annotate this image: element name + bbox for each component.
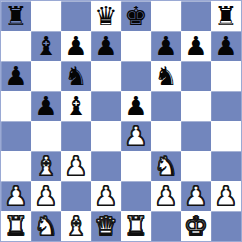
square-d1[interactable]: ♛	[91, 211, 121, 241]
black-bishop[interactable]: ♝	[64, 91, 87, 121]
white-rook[interactable]: ♜	[124, 211, 147, 241]
square-a1[interactable]: ♜	[1, 211, 31, 241]
square-f6[interactable]: ♞	[151, 61, 181, 91]
white-pawn[interactable]: ♟	[214, 181, 237, 211]
white-queen[interactable]: ♛	[94, 211, 117, 241]
square-c8[interactable]	[61, 1, 91, 31]
chess-board: ♜♛♚♜♝♟♟♟♟♟♟♞♞♟♝♟♟♝♟♞♟♟♟♟♟♟♜♞♝♛♜♚	[0, 0, 242, 242]
white-pawn[interactable]: ♟	[154, 181, 177, 211]
square-h3[interactable]	[211, 151, 241, 181]
square-b4[interactable]	[31, 121, 61, 151]
square-g3[interactable]	[181, 151, 211, 181]
square-g4[interactable]	[181, 121, 211, 151]
white-knight[interactable]: ♞	[154, 151, 177, 181]
square-e8[interactable]: ♚	[121, 1, 151, 31]
square-e1[interactable]: ♜	[121, 211, 151, 241]
square-b1[interactable]: ♞	[31, 211, 61, 241]
black-king[interactable]: ♚	[124, 1, 147, 31]
square-h7[interactable]: ♟	[211, 31, 241, 61]
square-a5[interactable]	[1, 91, 31, 121]
black-pawn[interactable]: ♟	[34, 91, 57, 121]
square-a3[interactable]	[1, 151, 31, 181]
white-pawn[interactable]: ♟	[184, 181, 207, 211]
square-b7[interactable]: ♝	[31, 31, 61, 61]
square-g7[interactable]: ♟	[181, 31, 211, 61]
black-knight[interactable]: ♞	[154, 61, 177, 91]
square-h1[interactable]	[211, 211, 241, 241]
black-pawn[interactable]: ♟	[154, 31, 177, 61]
square-d2[interactable]: ♟	[91, 181, 121, 211]
black-pawn[interactable]: ♟	[124, 91, 147, 121]
square-g1[interactable]: ♚	[181, 211, 211, 241]
square-h2[interactable]: ♟	[211, 181, 241, 211]
square-d8[interactable]: ♛	[91, 1, 121, 31]
square-f4[interactable]	[151, 121, 181, 151]
square-f8[interactable]	[151, 1, 181, 31]
square-d4[interactable]	[91, 121, 121, 151]
black-bishop[interactable]: ♝	[34, 31, 57, 61]
square-f3[interactable]: ♞	[151, 151, 181, 181]
square-h5[interactable]	[211, 91, 241, 121]
black-pawn[interactable]: ♟	[4, 61, 27, 91]
black-queen[interactable]: ♛	[94, 1, 117, 31]
square-b6[interactable]	[31, 61, 61, 91]
square-d7[interactable]: ♟	[91, 31, 121, 61]
square-g8[interactable]	[181, 1, 211, 31]
black-knight[interactable]: ♞	[64, 61, 87, 91]
white-king[interactable]: ♚	[184, 211, 207, 241]
square-f5[interactable]	[151, 91, 181, 121]
square-e2[interactable]	[121, 181, 151, 211]
square-e7[interactable]	[121, 31, 151, 61]
square-d5[interactable]	[91, 91, 121, 121]
square-b5[interactable]: ♟	[31, 91, 61, 121]
square-b8[interactable]	[31, 1, 61, 31]
black-rook[interactable]: ♜	[214, 1, 237, 31]
square-a6[interactable]: ♟	[1, 61, 31, 91]
white-pawn[interactable]: ♟	[4, 181, 27, 211]
square-c7[interactable]: ♟	[61, 31, 91, 61]
square-c6[interactable]: ♞	[61, 61, 91, 91]
black-pawn[interactable]: ♟	[184, 31, 207, 61]
white-pawn[interactable]: ♟	[34, 181, 57, 211]
white-bishop[interactable]: ♝	[64, 211, 87, 241]
square-d6[interactable]	[91, 61, 121, 91]
square-e4[interactable]: ♟	[121, 121, 151, 151]
white-knight[interactable]: ♞	[34, 211, 57, 241]
square-h4[interactable]	[211, 121, 241, 151]
square-b3[interactable]: ♝	[31, 151, 61, 181]
square-h6[interactable]	[211, 61, 241, 91]
black-rook[interactable]: ♜	[4, 1, 27, 31]
square-a8[interactable]: ♜	[1, 1, 31, 31]
square-c4[interactable]	[61, 121, 91, 151]
square-f2[interactable]: ♟	[151, 181, 181, 211]
square-h8[interactable]: ♜	[211, 1, 241, 31]
square-c1[interactable]: ♝	[61, 211, 91, 241]
square-a4[interactable]	[1, 121, 31, 151]
square-d3[interactable]	[91, 151, 121, 181]
square-g2[interactable]: ♟	[181, 181, 211, 211]
square-a2[interactable]: ♟	[1, 181, 31, 211]
square-e5[interactable]: ♟	[121, 91, 151, 121]
black-pawn[interactable]: ♟	[214, 31, 237, 61]
square-f1[interactable]	[151, 211, 181, 241]
square-e6[interactable]	[121, 61, 151, 91]
square-e3[interactable]	[121, 151, 151, 181]
black-pawn[interactable]: ♟	[64, 31, 87, 61]
white-pawn[interactable]: ♟	[64, 151, 87, 181]
square-g5[interactable]	[181, 91, 211, 121]
square-c2[interactable]	[61, 181, 91, 211]
white-pawn[interactable]: ♟	[124, 121, 147, 151]
black-pawn[interactable]: ♟	[94, 31, 117, 61]
white-rook[interactable]: ♜	[4, 211, 27, 241]
square-c5[interactable]: ♝	[61, 91, 91, 121]
square-b2[interactable]: ♟	[31, 181, 61, 211]
square-g6[interactable]	[181, 61, 211, 91]
square-f7[interactable]: ♟	[151, 31, 181, 61]
square-c3[interactable]: ♟	[61, 151, 91, 181]
white-pawn[interactable]: ♟	[94, 181, 117, 211]
white-bishop[interactable]: ♝	[34, 151, 57, 181]
square-a7[interactable]	[1, 31, 31, 61]
